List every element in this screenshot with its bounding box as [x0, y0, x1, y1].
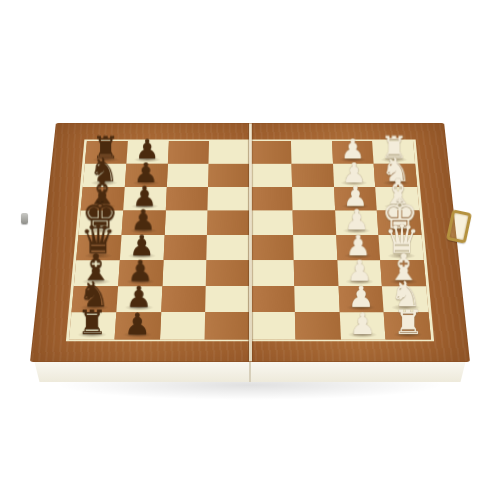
square [250, 260, 294, 286]
square [160, 312, 206, 339]
white-pawn: ♟ [350, 310, 377, 337]
square: ♟ [339, 312, 385, 339]
square [205, 286, 250, 312]
square [207, 211, 250, 235]
black-pawn: ♟ [124, 310, 151, 337]
square [250, 235, 293, 260]
square [294, 286, 339, 312]
hinge-pin [21, 213, 28, 224]
square: ♜ [69, 312, 116, 339]
square [164, 211, 207, 235]
square [205, 312, 250, 339]
square [208, 187, 250, 211]
square [165, 187, 208, 211]
black-rook: ♜ [77, 307, 107, 338]
square [250, 211, 293, 235]
product-photo: ♜♟♟♜♞♟♟♞♝♟♟♝♚♟♟♚♛♟♟♛♝♟♟♝♞♟♟♞♜♟♟♜ [0, 0, 500, 500]
square [293, 235, 337, 260]
square [208, 164, 250, 187]
square [250, 164, 292, 187]
square [292, 187, 335, 211]
square: ♟ [114, 312, 160, 339]
square [209, 141, 250, 164]
square [207, 235, 250, 260]
square [166, 164, 208, 187]
square [167, 141, 209, 164]
square [162, 260, 207, 286]
square [293, 260, 338, 286]
square [163, 235, 207, 260]
square [295, 312, 341, 339]
square [291, 164, 333, 187]
square [206, 260, 250, 286]
chess-board: ♜♟♟♜♞♟♟♞♝♟♟♝♚♟♟♚♛♟♟♛♝♟♟♝♞♟♟♞♜♟♟♜ [30, 123, 470, 362]
square [250, 187, 292, 211]
white-rook: ♜ [393, 307, 423, 338]
square: ♜ [384, 312, 431, 339]
square [161, 286, 206, 312]
square [250, 286, 295, 312]
chess-board-3d-wrapper: ♜♟♟♜♞♟♟♞♝♟♟♝♚♟♟♚♛♟♟♛♝♟♟♝♞♟♟♞♜♟♟♜ [30, 123, 470, 362]
square [250, 141, 291, 164]
square [250, 312, 295, 339]
square [292, 211, 335, 235]
square [291, 141, 333, 164]
